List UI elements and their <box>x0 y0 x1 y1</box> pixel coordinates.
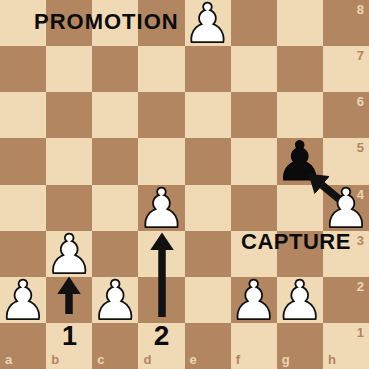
square-c7 <box>92 46 138 92</box>
square-g8 <box>277 0 323 46</box>
square-f2: ♟ <box>231 277 277 323</box>
file-label-g: g <box>282 353 290 366</box>
square-h7: 7 <box>323 46 369 92</box>
square-a3 <box>0 231 46 277</box>
square-e2 <box>185 277 231 323</box>
white-pawn-icon: ♟ <box>92 278 138 324</box>
square-f4 <box>231 185 277 231</box>
square-c5 <box>92 138 138 184</box>
square-g4 <box>277 185 323 231</box>
square-e6 <box>185 92 231 138</box>
white-pawn-icon: ♟ <box>138 186 184 232</box>
square-h4: 4♟ <box>323 185 369 231</box>
rank-label-5: 5 <box>357 141 364 154</box>
square-h8: 8 <box>323 0 369 46</box>
square-g6 <box>277 92 323 138</box>
white-pawn-icon: ♟ <box>231 278 277 324</box>
file-label-e: e <box>190 353 197 366</box>
square-a4 <box>0 185 46 231</box>
rank-label-3: 3 <box>357 234 364 247</box>
capture-label: CAPTURE <box>241 229 351 255</box>
square-b2 <box>46 277 92 323</box>
square-a5 <box>0 138 46 184</box>
square-d3 <box>138 231 184 277</box>
square-c3 <box>92 231 138 277</box>
square-a2: ♟ <box>0 277 46 323</box>
square-f5 <box>231 138 277 184</box>
move-1-label: 1 <box>46 321 93 352</box>
move-2-label: 2 <box>138 320 185 352</box>
white-pawn-icon: ♟ <box>185 1 231 47</box>
rank-label-7: 7 <box>357 49 364 62</box>
square-f7 <box>231 46 277 92</box>
square-e5 <box>185 138 231 184</box>
file-label-c: c <box>97 353 104 366</box>
rank-label-2: 2 <box>357 280 364 293</box>
file-label-b: b <box>51 353 59 366</box>
square-g7 <box>277 46 323 92</box>
square-g5: ♟ <box>277 138 323 184</box>
square-c2: ♟ <box>92 277 138 323</box>
chess-promotion-capture-diagram: ♟876♟5♟4♟♟3♟♟♟♟2abcdefg1h PROMOTION CAPT… <box>0 0 369 369</box>
square-a1: a <box>0 323 46 369</box>
square-h5: 5 <box>323 138 369 184</box>
square-d5 <box>138 138 184 184</box>
rank-label-4: 4 <box>357 188 364 201</box>
square-a7 <box>0 46 46 92</box>
white-pawn-icon: ♟ <box>277 278 323 324</box>
file-label-d: d <box>143 353 151 366</box>
square-e7 <box>185 46 231 92</box>
rank-label-1: 1 <box>357 326 364 339</box>
promotion-label: PROMOTION <box>34 9 179 35</box>
square-b7 <box>46 46 92 92</box>
square-c4 <box>92 185 138 231</box>
file-label-a: a <box>5 353 12 366</box>
rank-label-8: 8 <box>357 3 364 16</box>
square-d7 <box>138 46 184 92</box>
file-label-h: h <box>328 353 336 366</box>
square-g1: g <box>277 323 323 369</box>
square-d2 <box>138 277 184 323</box>
square-a6 <box>0 92 46 138</box>
square-e3 <box>185 231 231 277</box>
square-b6 <box>46 92 92 138</box>
square-e1: e <box>185 323 231 369</box>
file-label-f: f <box>236 353 240 366</box>
square-d4: ♟ <box>138 185 184 231</box>
square-c1: c <box>92 323 138 369</box>
white-pawn-icon: ♟ <box>46 232 92 278</box>
square-f6 <box>231 92 277 138</box>
square-b5 <box>46 138 92 184</box>
square-b4 <box>46 185 92 231</box>
square-c6 <box>92 92 138 138</box>
square-d6 <box>138 92 184 138</box>
chess-board: ♟876♟5♟4♟♟3♟♟♟♟2abcdefg1h <box>0 0 369 369</box>
square-f1: f <box>231 323 277 369</box>
square-e4 <box>185 185 231 231</box>
square-h2: 2 <box>323 277 369 323</box>
white-pawn-icon: ♟ <box>0 278 46 324</box>
square-b3: ♟ <box>46 231 92 277</box>
square-g2: ♟ <box>277 277 323 323</box>
square-f8 <box>231 0 277 46</box>
black-pawn-icon: ♟ <box>277 139 323 185</box>
rank-label-6: 6 <box>357 95 364 108</box>
square-h1: 1h <box>323 323 369 369</box>
square-h6: 6 <box>323 92 369 138</box>
square-e8: ♟ <box>185 0 231 46</box>
